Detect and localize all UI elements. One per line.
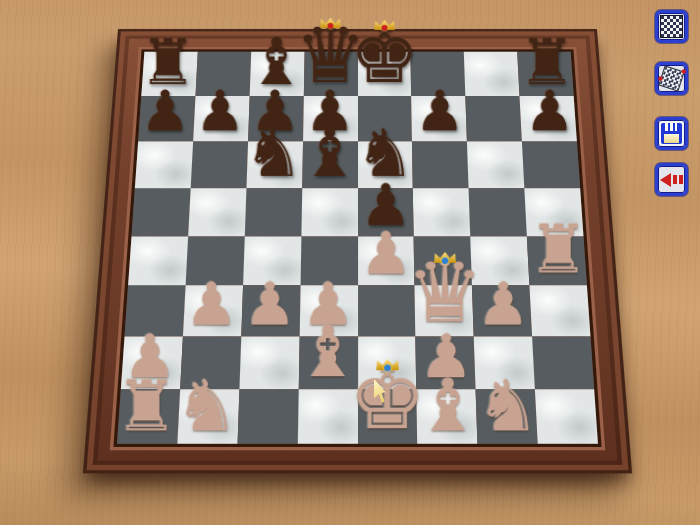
undo-arrow-head — [660, 173, 671, 187]
chess-board-3d: ♜♝♛♚♜♟♟♟♟♟♟♞♝♞♟♟♜♟♟♟♛♟♟♝♟♜♞♚♝♞ — [83, 29, 632, 473]
floppy-shutter — [665, 123, 677, 131]
square-e8[interactable]: ♚ — [358, 52, 412, 96]
square-h7[interactable]: ♟ — [520, 96, 577, 141]
checkerboard-3d-icon — [658, 65, 684, 91]
square-g1[interactable]: ♞ — [476, 389, 538, 443]
floppy-label — [664, 134, 679, 143]
board-squares-grid: ♜♝♛♚♜♟♟♟♟♟♟♞♝♞♟♟♜♟♟♟♛♟♟♝♟♜♞♚♝♞ — [117, 52, 598, 444]
piece-black-knight-c6[interactable]: ♞ — [244, 120, 303, 186]
square-c5[interactable] — [245, 188, 302, 236]
square-f5[interactable] — [413, 188, 470, 236]
square-h3[interactable] — [530, 286, 591, 337]
square-d5[interactable] — [301, 188, 357, 236]
piece-black-pawn-h7[interactable]: ♟ — [524, 84, 574, 140]
mini-piece-dot — [681, 69, 686, 74]
piece-black-bishop-d6[interactable]: ♝ — [300, 119, 360, 186]
square-b5[interactable] — [188, 188, 246, 236]
square-a6[interactable] — [135, 141, 193, 188]
piece-black-pawn-b7[interactable]: ♟ — [195, 84, 245, 140]
save-game-button[interactable] — [655, 117, 688, 150]
undo-arrow-icon — [660, 173, 683, 187]
piece-white-pawn-b3[interactable]: ♟ — [185, 275, 238, 334]
square-b6[interactable] — [191, 141, 248, 188]
square-f6[interactable] — [412, 141, 468, 188]
square-c2[interactable] — [239, 337, 299, 390]
square-g5[interactable] — [469, 188, 527, 236]
square-b1[interactable]: ♞ — [177, 389, 239, 443]
piece-white-bishop-f1[interactable]: ♝ — [415, 369, 480, 442]
piece-white-pawn-g3[interactable]: ♟ — [476, 275, 529, 334]
floppy-disk-icon — [661, 123, 682, 144]
square-b7[interactable]: ♟ — [193, 96, 249, 141]
piece-white-knight-g1[interactable]: ♞ — [476, 370, 540, 442]
square-g8[interactable] — [464, 52, 520, 96]
undo-arrow-bar — [673, 175, 677, 184]
square-h1[interactable] — [535, 389, 598, 443]
piece-black-king-e8[interactable]: ♚ — [350, 17, 420, 95]
view-3d-button[interactable] — [655, 62, 688, 95]
piece-white-pawn-e4[interactable]: ♟ — [360, 225, 412, 284]
view-2d-button[interactable] — [655, 10, 688, 43]
undo-move-button[interactable] — [655, 163, 688, 196]
piece-white-pawn-c3[interactable]: ♟ — [244, 275, 297, 334]
square-g7[interactable] — [466, 96, 522, 141]
square-b3[interactable]: ♟ — [183, 286, 243, 337]
mini-piece-dot — [658, 76, 663, 81]
piece-black-pawn-f7[interactable]: ♟ — [415, 84, 465, 140]
square-a7[interactable]: ♟ — [138, 96, 195, 141]
square-a4[interactable] — [128, 236, 188, 286]
square-g3[interactable]: ♟ — [472, 286, 532, 337]
square-c3[interactable]: ♟ — [241, 286, 300, 337]
square-a5[interactable] — [132, 188, 191, 236]
piece-white-rook-a1[interactable]: ♜ — [116, 371, 179, 441]
board-frame: ♜♝♛♚♜♟♟♟♟♟♟♞♝♞♟♟♜♟♟♟♛♟♟♝♟♜♞♚♝♞ — [83, 29, 632, 473]
square-c1[interactable] — [237, 389, 298, 443]
square-c6[interactable]: ♞ — [246, 141, 302, 188]
square-h6[interactable] — [522, 141, 580, 188]
square-g6[interactable] — [467, 141, 524, 188]
square-d6[interactable]: ♝ — [302, 141, 358, 188]
undo-arrow-bar — [679, 175, 683, 184]
square-f7[interactable]: ♟ — [412, 96, 468, 141]
square-e1[interactable]: ♚ — [358, 389, 418, 443]
piece-white-rook-h4[interactable]: ♜ — [528, 216, 588, 283]
piece-black-pawn-a7[interactable]: ♟ — [141, 84, 191, 140]
square-h2[interactable] — [532, 337, 594, 390]
checkerboard-2d-icon — [660, 15, 683, 38]
game-scene: ♜♝♛♚♜♟♟♟♟♟♟♞♝♞♟♟♜♟♟♟♛♟♟♝♟♜♞♚♝♞ — [0, 0, 700, 525]
square-h4[interactable]: ♜ — [527, 236, 587, 286]
piece-white-knight-b1[interactable]: ♞ — [175, 370, 239, 442]
square-a1[interactable]: ♜ — [117, 389, 180, 443]
square-f1[interactable]: ♝ — [417, 389, 478, 443]
